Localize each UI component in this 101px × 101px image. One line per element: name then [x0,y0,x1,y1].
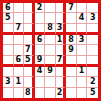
sudoku-cell-empty-r1c8[interactable] [77,3,88,13]
sudoku-cell-given-r4c4: 6 [35,35,46,45]
sudoku-cell-empty-r7c2[interactable] [14,67,25,77]
sudoku-cell-empty-r6c1[interactable] [3,56,14,67]
sudoku-cell-given-r2c8: 4 [77,13,88,23]
sudoku-cell-empty-r8c4[interactable] [35,77,46,87]
sudoku-cell-given-r8c1: 3 [3,77,14,87]
sudoku-board: 6275437836183796597491312825 [0,0,101,101]
sudoku-cell-given-r7c5: 9 [45,67,56,77]
sudoku-cell-empty-r4c9[interactable] [87,35,98,45]
sudoku-cell-given-r9c9: 5 [87,88,98,98]
sudoku-cell-empty-r1c3[interactable] [24,3,35,13]
sudoku-cell-empty-r3c1[interactable] [3,24,14,35]
sudoku-cell-empty-r7c3[interactable] [24,67,35,77]
sudoku-cell-empty-r1c6[interactable] [56,3,67,13]
sudoku-cell-given-r8c9: 2 [87,77,98,87]
sudoku-cell-empty-r2c4[interactable] [35,13,46,23]
sudoku-cell-empty-r3c4[interactable] [35,24,46,35]
sudoku-cell-empty-r8c5[interactable] [45,77,56,87]
sudoku-cell-given-r5c7: 9 [66,45,77,55]
sudoku-cell-given-r4c6: 1 [56,35,67,45]
sudoku-cell-empty-r1c9[interactable] [87,3,98,13]
sudoku-cell-given-r2c9: 3 [87,13,98,23]
sudoku-cell-given-r3c2: 7 [14,24,25,35]
sudoku-cell-given-r7c8: 1 [77,67,88,77]
sudoku-cell-given-r9c3: 8 [24,88,35,98]
sudoku-cell-given-r8c2: 1 [14,77,25,87]
sudoku-cell-given-r6c6: 7 [56,56,67,67]
sudoku-cell-empty-r6c9[interactable] [87,56,98,67]
sudoku-cell-empty-r9c5[interactable] [45,88,56,98]
sudoku-cell-given-r1c4: 2 [35,3,46,13]
sudoku-cell-empty-r2c3[interactable] [24,13,35,23]
sudoku-cell-empty-r8c7[interactable] [66,77,77,87]
sudoku-cell-empty-r1c5[interactable] [45,3,56,13]
sudoku-cell-empty-r5c8[interactable] [77,45,88,55]
sudoku-cell-given-r6c3: 5 [24,56,35,67]
sudoku-cell-empty-r9c1[interactable] [3,88,14,98]
sudoku-cell-empty-r2c7[interactable] [66,13,77,23]
sudoku-cell-given-r3c5: 8 [45,24,56,35]
sudoku-cell-given-r6c2: 6 [14,56,25,67]
sudoku-cell-empty-r3c8[interactable] [77,24,88,35]
sudoku-cell-empty-r5c9[interactable] [87,45,98,55]
sudoku-cell-empty-r5c1[interactable] [3,45,14,55]
sudoku-cell-empty-r6c5[interactable] [45,56,56,67]
sudoku-cell-empty-r7c6[interactable] [56,67,67,77]
sudoku-cell-empty-r8c6[interactable] [56,77,67,87]
sudoku-cell-empty-r7c9[interactable] [87,67,98,77]
sudoku-cell-empty-r4c5[interactable] [45,35,56,45]
sudoku-cell-empty-r7c1[interactable] [3,67,14,77]
sudoku-cell-empty-r3c9[interactable] [87,24,98,35]
sudoku-cell-given-r3c6: 3 [56,24,67,35]
sudoku-cell-given-r2c1: 5 [3,13,14,23]
sudoku-cell-empty-r3c7[interactable] [66,24,77,35]
sudoku-cell-given-r4c8: 3 [77,35,88,45]
sudoku-cell-empty-r9c2[interactable] [14,88,25,98]
sudoku-cell-empty-r4c2[interactable] [14,35,25,45]
sudoku-cell-given-r6c4: 9 [35,56,46,67]
sudoku-cell-given-r9c6: 2 [56,88,67,98]
sudoku-cell-empty-r7c7[interactable] [66,67,77,77]
sudoku-cell-given-r4c7: 8 [66,35,77,45]
sudoku-cell-empty-r9c8[interactable] [77,88,88,98]
sudoku-cell-given-r1c7: 7 [66,3,77,13]
sudoku-cell-given-r7c4: 4 [35,67,46,77]
sudoku-cell-empty-r9c4[interactable] [35,88,46,98]
sudoku-cell-empty-r3c3[interactable] [24,24,35,35]
sudoku-cell-empty-r9c7[interactable] [66,88,77,98]
sudoku-cell-empty-r6c7[interactable] [66,56,77,67]
sudoku-cell-empty-r8c3[interactable] [24,77,35,87]
sudoku-cell-empty-r8c8[interactable] [77,77,88,87]
sudoku-cell-empty-r6c8[interactable] [77,56,88,67]
sudoku-cell-empty-r1c2[interactable] [14,3,25,13]
sudoku-cell-empty-r4c3[interactable] [24,35,35,45]
sudoku-cell-empty-r4c1[interactable] [3,35,14,45]
sudoku-cell-empty-r5c5[interactable] [45,45,56,55]
sudoku-cell-given-r1c1: 6 [3,3,14,13]
